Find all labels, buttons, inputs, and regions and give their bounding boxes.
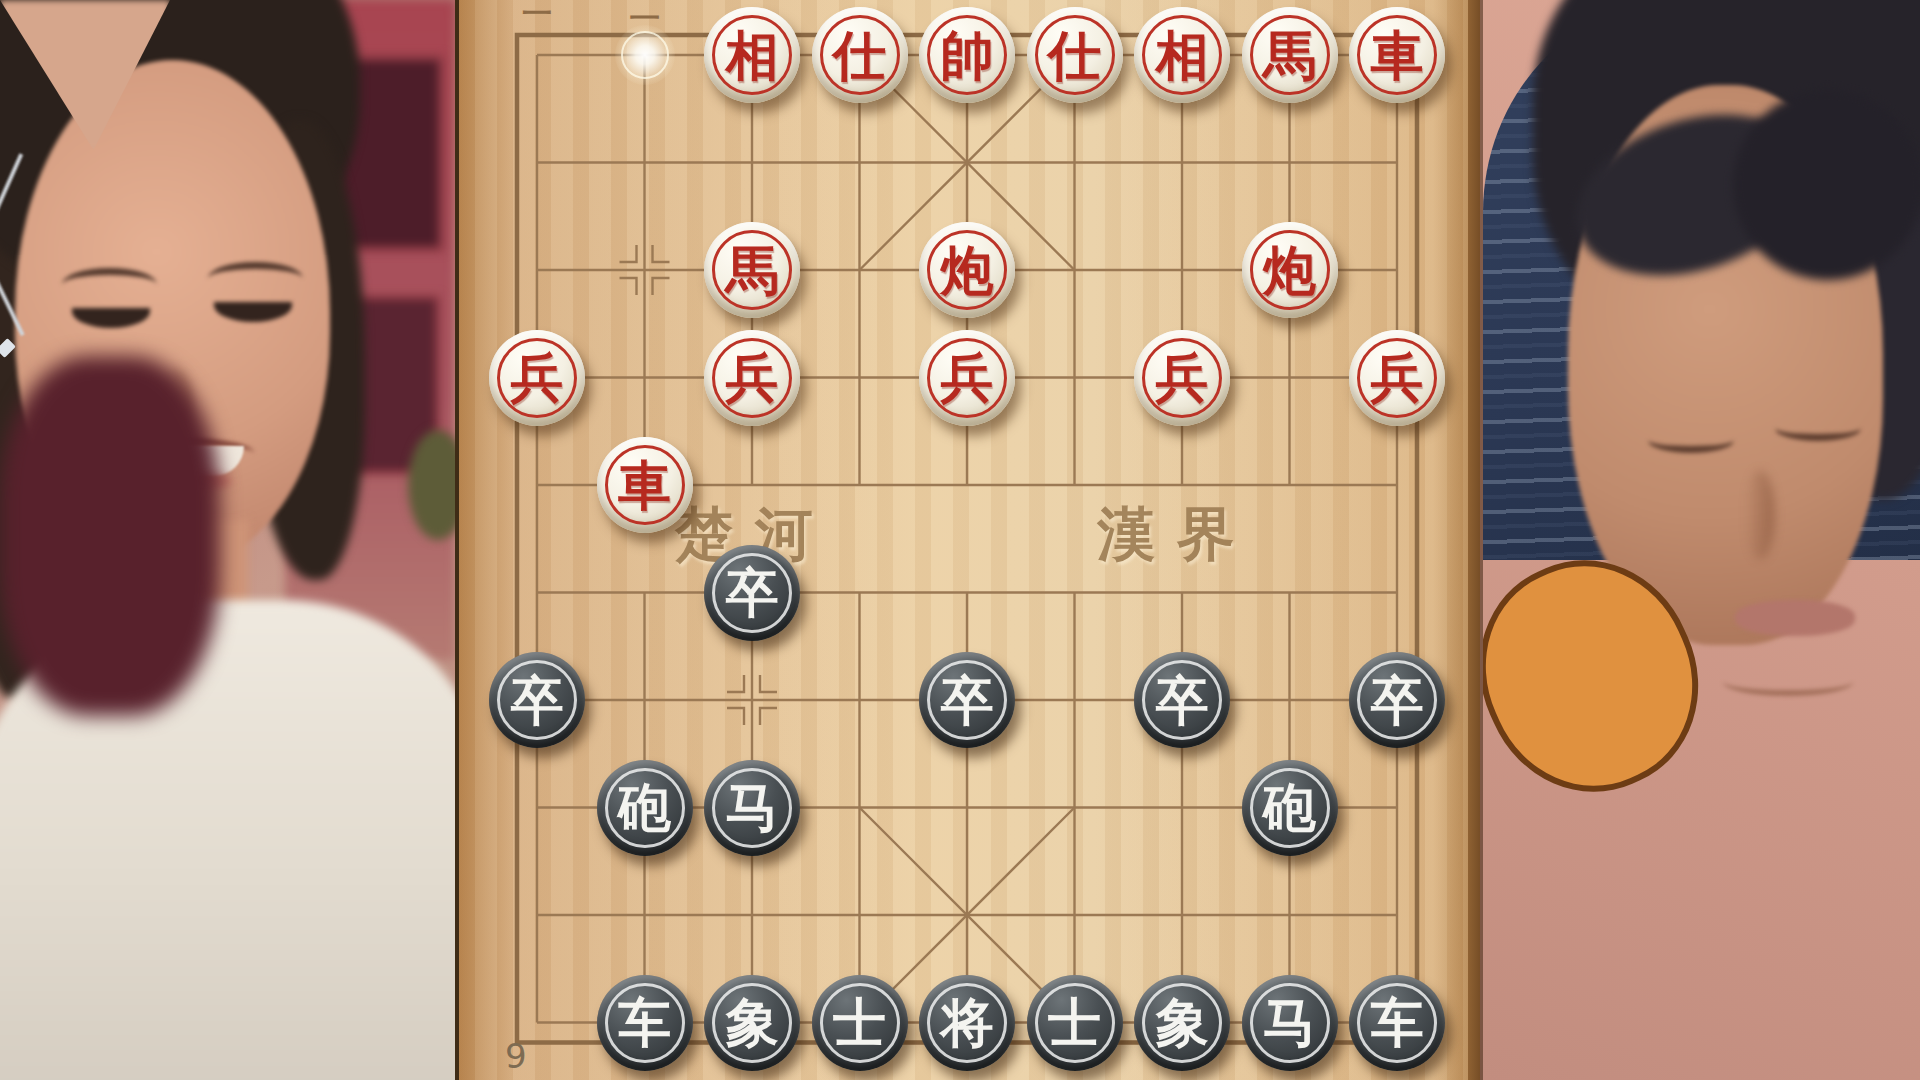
piece-character: 卒 [511, 674, 564, 727]
piece-character: 卒 [1156, 674, 1209, 727]
piece-black-卒[interactable]: 卒 [1349, 652, 1445, 748]
piece-character: 卒 [726, 566, 779, 619]
piece-black-砲[interactable]: 砲 [597, 760, 693, 856]
piece-red-兵[interactable]: 兵 [919, 330, 1015, 426]
piece-black-马[interactable]: 马 [704, 760, 800, 856]
piece-red-車[interactable]: 車 [1349, 7, 1445, 103]
piece-black-士[interactable]: 士 [812, 975, 908, 1071]
piece-character: 馬 [726, 244, 779, 297]
piece-character: 砲 [1263, 781, 1316, 834]
piece-character: 兵 [941, 351, 994, 404]
piece-black-马[interactable]: 马 [1242, 975, 1338, 1071]
piece-character: 仕 [833, 29, 886, 82]
file-label-er: 二 [630, 0, 660, 29]
piece-black-卒[interactable]: 卒 [1134, 652, 1230, 748]
piece-character: 帥 [941, 29, 994, 82]
piece-black-砲[interactable]: 砲 [1242, 760, 1338, 856]
piece-red-相[interactable]: 相 [1134, 7, 1230, 103]
piece-character: 砲 [618, 781, 671, 834]
piece-character: 马 [1263, 996, 1316, 1049]
man-eye-closed [1648, 428, 1734, 453]
right-player-photo [1480, 0, 1920, 1080]
piece-character: 炮 [941, 244, 994, 297]
piece-red-馬[interactable]: 馬 [1242, 7, 1338, 103]
piece-red-炮[interactable]: 炮 [1242, 222, 1338, 318]
piece-red-仕[interactable]: 仕 [1027, 7, 1123, 103]
piece-red-馬[interactable]: 馬 [704, 222, 800, 318]
piece-red-車[interactable]: 車 [597, 437, 693, 533]
piece-character: 相 [726, 29, 779, 82]
piece-black-卒[interactable]: 卒 [919, 652, 1015, 748]
piece-character: 卒 [941, 674, 994, 727]
piece-character: 兵 [1371, 351, 1424, 404]
piece-character: 象 [726, 996, 779, 1049]
piece-character: 将 [941, 996, 994, 1049]
piece-black-将[interactable]: 将 [919, 975, 1015, 1071]
piece-red-兵[interactable]: 兵 [489, 330, 585, 426]
piece-character: 士 [833, 996, 886, 1049]
piece-red-兵[interactable]: 兵 [704, 330, 800, 426]
piece-black-卒[interactable]: 卒 [704, 545, 800, 641]
piece-black-车[interactable]: 车 [597, 975, 693, 1071]
piece-character: 仕 [1048, 29, 1101, 82]
piece-character: 象 [1156, 996, 1209, 1049]
piece-red-炮[interactable]: 炮 [919, 222, 1015, 318]
piece-character: 车 [1371, 996, 1424, 1049]
piece-black-车[interactable]: 车 [1349, 975, 1445, 1071]
piece-character: 兵 [1156, 351, 1209, 404]
dark-corner-shadow [0, 356, 220, 716]
left-player-photo [0, 0, 455, 1080]
row-label-9: 9 [505, 1036, 527, 1076]
piece-character: 马 [726, 781, 779, 834]
piece-red-仕[interactable]: 仕 [812, 7, 908, 103]
piece-character: 兵 [511, 351, 564, 404]
video-frame: 楚河 漢界 一 二 9 相仕帥仕相馬車馬炮炮兵兵兵兵兵車卒卒卒卒卒砲马砲车象士将… [0, 0, 1920, 1080]
piece-black-卒[interactable]: 卒 [489, 652, 585, 748]
piece-red-兵[interactable]: 兵 [1349, 330, 1445, 426]
piece-character: 炮 [1263, 244, 1316, 297]
piece-black-象[interactable]: 象 [1134, 975, 1230, 1071]
piece-character: 卒 [1371, 674, 1424, 727]
piece-character: 車 [618, 459, 671, 512]
piece-black-士[interactable]: 士 [1027, 975, 1123, 1071]
man-eye-closed [1775, 416, 1861, 441]
piece-character: 车 [618, 996, 671, 1049]
piece-character: 馬 [1263, 29, 1316, 82]
piece-red-帥[interactable]: 帥 [919, 7, 1015, 103]
piece-character: 車 [1371, 29, 1424, 82]
piece-red-兵[interactable]: 兵 [1134, 330, 1230, 426]
man-nose [1745, 470, 1775, 560]
man-lips [1735, 600, 1855, 636]
piece-character: 士 [1048, 996, 1101, 1049]
river-label-hanjie: 漢界 [1097, 496, 1257, 574]
woman-eyebrow [62, 268, 157, 301]
piece-character: 兵 [726, 351, 779, 404]
piece-red-相[interactable]: 相 [704, 7, 800, 103]
xiangqi-board[interactable]: 楚河 漢界 一 二 9 相仕帥仕相馬車馬炮炮兵兵兵兵兵車卒卒卒卒卒砲马砲车象士将… [455, 0, 1484, 1080]
woman-eyebrow [208, 262, 303, 295]
piece-character: 相 [1156, 29, 1209, 82]
file-label-yi: 一 [522, 0, 552, 35]
piece-black-象[interactable]: 象 [704, 975, 800, 1071]
man-chin-fold [1723, 668, 1853, 696]
board-grid [459, 0, 1484, 1080]
